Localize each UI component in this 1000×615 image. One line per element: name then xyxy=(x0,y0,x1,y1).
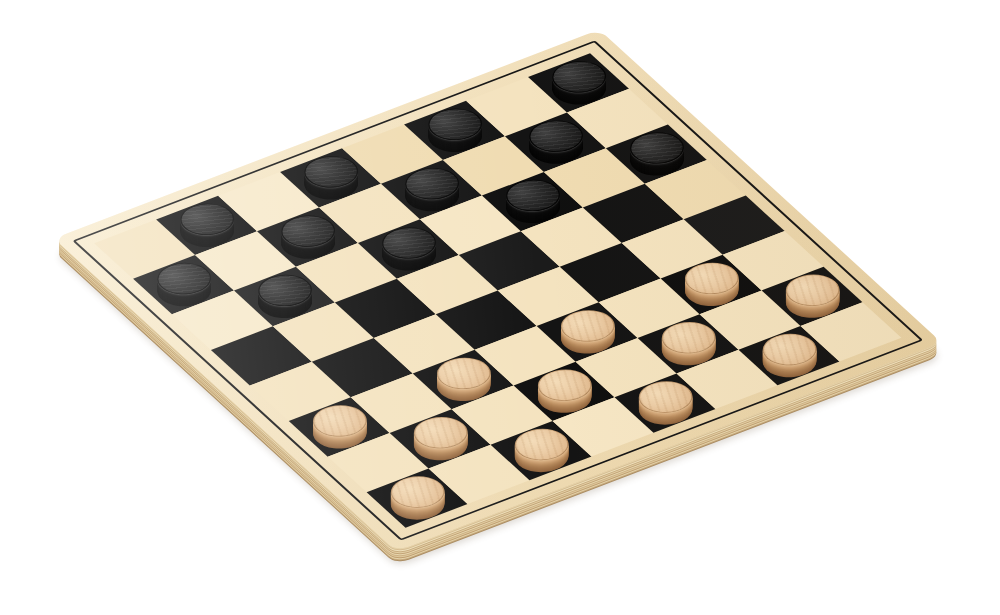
checkers-photo-scene: ⛂⛂⛂⛂⛂⛂⛂⛂⛂⛂⛂⛂⛀⛀⛀⛀⛀⛀⛀⛀⛀⛀⛀⛀ xyxy=(0,0,1000,615)
checkers-board: ⛂⛂⛂⛂⛂⛂⛂⛂⛂⛂⛂⛂⛀⛀⛀⛀⛀⛀⛀⛀⛀⛀⛀⛀ xyxy=(54,30,942,552)
board-perspective-wrapper: ⛂⛂⛂⛂⛂⛂⛂⛂⛂⛂⛂⛂⛀⛀⛀⛀⛀⛀⛀⛀⛀⛀⛀⛀ xyxy=(54,30,942,552)
board-grid: ⛂⛂⛂⛂⛂⛂⛂⛂⛂⛂⛂⛂⛀⛀⛀⛀⛀⛀⛀⛀⛀⛀⛀⛀ xyxy=(94,53,901,528)
